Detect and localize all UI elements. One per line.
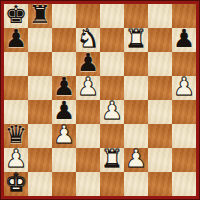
square-f1[interactable]: [124, 172, 148, 196]
square-f8[interactable]: [124, 4, 148, 28]
square-h3[interactable]: [172, 124, 196, 148]
piece-black-king[interactable]: ♚: [5, 4, 27, 27]
piece-black-rook[interactable]: ♜: [29, 4, 51, 27]
square-b2[interactable]: [28, 148, 52, 172]
piece-white-king[interactable]: ♚: [5, 172, 27, 195]
square-b1[interactable]: [28, 172, 52, 196]
square-a8[interactable]: ♚: [4, 4, 28, 28]
square-h2[interactable]: [172, 148, 196, 172]
square-c5[interactable]: ♟: [52, 76, 76, 100]
square-f4[interactable]: [124, 100, 148, 124]
square-g7[interactable]: [148, 28, 172, 52]
square-d7[interactable]: ♞: [76, 28, 100, 52]
square-c3[interactable]: ♟: [52, 124, 76, 148]
square-a5[interactable]: [4, 76, 28, 100]
square-b3[interactable]: [28, 124, 52, 148]
square-d4[interactable]: [76, 100, 100, 124]
square-h4[interactable]: [172, 100, 196, 124]
square-g6[interactable]: [148, 52, 172, 76]
square-c7[interactable]: [52, 28, 76, 52]
square-f3[interactable]: [124, 124, 148, 148]
square-c2[interactable]: [52, 148, 76, 172]
piece-white-pawn[interactable]: ♟: [101, 100, 123, 123]
square-g4[interactable]: [148, 100, 172, 124]
square-a2[interactable]: ♟: [4, 148, 28, 172]
piece-black-pawn[interactable]: ♟: [5, 28, 27, 51]
square-d1[interactable]: [76, 172, 100, 196]
piece-black-pawn[interactable]: ♟: [53, 76, 75, 99]
square-g3[interactable]: [148, 124, 172, 148]
square-a4[interactable]: [4, 100, 28, 124]
square-f6[interactable]: [124, 52, 148, 76]
square-e5[interactable]: [100, 76, 124, 100]
square-g8[interactable]: [148, 4, 172, 28]
square-d8[interactable]: [76, 4, 100, 28]
square-g2[interactable]: [148, 148, 172, 172]
piece-black-pawn[interactable]: ♟: [53, 100, 75, 123]
chess-board-frame: ♚♜♟♞♜♟♟♟♟♟♟♟♛♟♟♜♟♚: [0, 0, 200, 200]
square-h6[interactable]: [172, 52, 196, 76]
chess-board: ♚♜♟♞♜♟♟♟♟♟♟♟♛♟♟♜♟♚: [4, 4, 196, 196]
square-e8[interactable]: [100, 4, 124, 28]
square-e1[interactable]: [100, 172, 124, 196]
square-h7[interactable]: ♟: [172, 28, 196, 52]
piece-white-pawn[interactable]: ♟: [5, 148, 27, 171]
square-c6[interactable]: [52, 52, 76, 76]
piece-white-knight[interactable]: ♞: [77, 28, 99, 51]
square-b6[interactable]: [28, 52, 52, 76]
piece-black-queen[interactable]: ♛: [5, 124, 27, 147]
square-e2[interactable]: ♜: [100, 148, 124, 172]
square-c8[interactable]: [52, 4, 76, 28]
square-a6[interactable]: [4, 52, 28, 76]
piece-black-pawn[interactable]: ♟: [77, 52, 99, 75]
piece-white-pawn[interactable]: ♟: [77, 76, 99, 99]
square-b5[interactable]: [28, 76, 52, 100]
square-c1[interactable]: [52, 172, 76, 196]
square-d2[interactable]: [76, 148, 100, 172]
square-g5[interactable]: [148, 76, 172, 100]
square-d6[interactable]: ♟: [76, 52, 100, 76]
square-e4[interactable]: ♟: [100, 100, 124, 124]
square-b7[interactable]: [28, 28, 52, 52]
square-a3[interactable]: ♛: [4, 124, 28, 148]
piece-white-rook[interactable]: ♜: [101, 148, 123, 171]
square-h5[interactable]: ♟: [172, 76, 196, 100]
square-a1[interactable]: ♚: [4, 172, 28, 196]
square-h8[interactable]: [172, 4, 196, 28]
square-f5[interactable]: [124, 76, 148, 100]
square-a7[interactable]: ♟: [4, 28, 28, 52]
square-e7[interactable]: [100, 28, 124, 52]
square-d5[interactable]: ♟: [76, 76, 100, 100]
square-h1[interactable]: [172, 172, 196, 196]
piece-white-pawn[interactable]: ♟: [173, 76, 195, 99]
square-e6[interactable]: [100, 52, 124, 76]
piece-white-rook[interactable]: ♜: [125, 28, 147, 51]
square-b8[interactable]: ♜: [28, 4, 52, 28]
piece-white-pawn[interactable]: ♟: [125, 148, 147, 171]
piece-white-pawn[interactable]: ♟: [53, 124, 75, 147]
piece-black-pawn[interactable]: ♟: [173, 28, 195, 51]
square-e3[interactable]: [100, 124, 124, 148]
square-f2[interactable]: ♟: [124, 148, 148, 172]
square-b4[interactable]: [28, 100, 52, 124]
square-f7[interactable]: ♜: [124, 28, 148, 52]
square-c4[interactable]: ♟: [52, 100, 76, 124]
square-g1[interactable]: [148, 172, 172, 196]
square-d3[interactable]: [76, 124, 100, 148]
